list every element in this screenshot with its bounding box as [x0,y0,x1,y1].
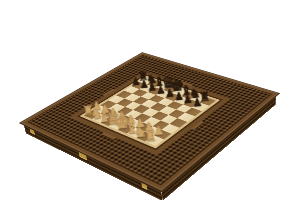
square-d6[interactable] [149,95,165,103]
square-a4[interactable] [108,95,124,103]
square-a6[interactable] [124,86,140,94]
black-pawn[interactable]: ♟ [147,82,157,93]
black-pawn[interactable]: ♟ [156,85,167,97]
square-b7[interactable]: ♟ [139,84,155,91]
white-rook[interactable]: ♜ [143,128,157,144]
chess-set-scene: ♜♞♝♛♚♝♞♜♟♟♟♟♟♟♟♟♟♟♟♟♟♟♟♟♜♞♝♛♚♝♞♜ [49,7,251,200]
square-c6[interactable] [140,92,156,100]
product-photo-canvas: ♜♞♝♛♚♝♞♜♟♟♟♟♟♟♟♟♟♟♟♟♟♟♟♟♜♞♝♛♚♝♞♜ [0,0,300,200]
square-b4[interactable] [117,98,133,106]
square-g5[interactable] [168,109,185,118]
square-d5[interactable] [141,100,157,108]
black-pawn[interactable]: ♟ [192,97,203,109]
square-c4[interactable] [125,102,141,110]
brass-clasp-icon [142,183,148,190]
square-b6[interactable] [132,89,148,97]
square-e6[interactable] [158,98,174,106]
square-c8[interactable]: ♝ [155,83,171,90]
square-a5[interactable] [116,91,132,99]
black-pawn[interactable]: ♟ [164,88,175,100]
playing-field: ♜♞♝♛♚♝♞♜♟♟♟♟♟♟♟♟♟♟♟♟♟♟♟♟♜♞♝♛♚♝♞♜ [80,75,220,148]
black-queen[interactable]: ♛ [160,75,175,92]
square-c7[interactable]: ♟ [148,87,164,95]
square-d8[interactable]: ♛ [163,85,179,93]
square-a8[interactable]: ♜ [139,77,154,84]
square-b5[interactable] [124,94,140,102]
brass-hinge-icon [30,129,35,135]
frame-ornament-west [100,87,120,98]
black-king[interactable]: ♚ [168,77,184,95]
brass-latch-icon [79,152,87,161]
square-e7[interactable]: ♟ [165,93,181,101]
square-h4[interactable] [170,118,187,127]
black-bishop[interactable]: ♝ [153,74,166,88]
black-pawn[interactable]: ♟ [131,76,141,87]
square-a7[interactable]: ♟ [131,82,146,89]
black-pawn[interactable]: ♟ [139,79,149,90]
square-b8[interactable]: ♞ [147,80,162,87]
black-knight[interactable]: ♞ [145,73,157,86]
frame-ornament-north [175,80,197,89]
black-rook[interactable]: ♜ [137,70,149,83]
square-d7[interactable]: ♟ [156,90,172,98]
square-c5[interactable] [133,97,149,105]
